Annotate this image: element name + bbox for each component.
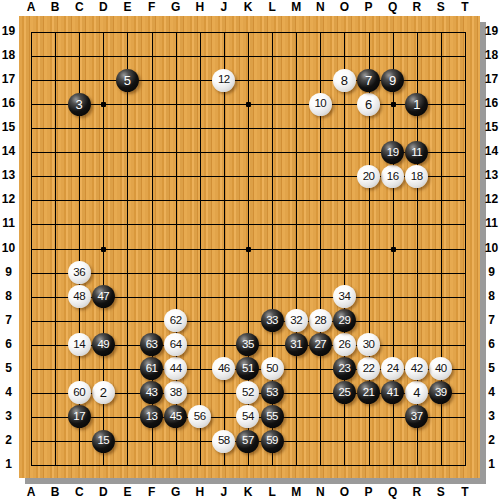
col-label-top-Q: Q <box>383 1 403 14</box>
screen: 1234567891011121314151617181920212223242… <box>0 0 500 500</box>
black-stone-49-D6[interactable]: 49 <box>92 333 115 356</box>
move-number: 61 <box>146 363 158 375</box>
col-label-top-G: G <box>166 1 186 14</box>
col-label-top-P: P <box>359 1 379 14</box>
black-stone-45-G3[interactable]: 45 <box>164 405 187 428</box>
col-label-top-S: S <box>431 1 451 14</box>
white-stone-50-L5[interactable]: 50 <box>261 357 284 380</box>
move-number: 28 <box>314 315 326 327</box>
col-label-bottom-S: S <box>431 486 451 499</box>
white-stone-18-R13[interactable]: 18 <box>405 165 428 188</box>
move-number: 47 <box>97 291 109 303</box>
move-number: 23 <box>339 363 351 375</box>
move-number: 32 <box>290 315 302 327</box>
white-stone-56-H3[interactable]: 56 <box>188 405 211 428</box>
move-number: 29 <box>339 315 351 327</box>
col-label-top-T: T <box>455 1 475 14</box>
black-stone-37-R3[interactable]: 37 <box>405 405 428 428</box>
move-number: 62 <box>170 315 182 327</box>
star-point-Q10 <box>391 247 396 252</box>
white-stone-64-G6[interactable]: 64 <box>164 333 187 356</box>
white-stone-2-D4[interactable]: 2 <box>92 381 115 404</box>
black-stone-57-K2[interactable]: 57 <box>236 430 259 453</box>
black-stone-25-O4[interactable]: 25 <box>333 381 356 404</box>
row-label-right-11: 11 <box>483 217 500 230</box>
black-stone-11-R14[interactable]: 11 <box>405 141 428 164</box>
move-number: 34 <box>339 291 351 303</box>
black-stone-31-M6[interactable]: 31 <box>285 333 308 356</box>
row-label-right-4: 4 <box>483 386 500 399</box>
move-number: 20 <box>363 171 375 183</box>
star-point-D10 <box>101 247 106 252</box>
move-number: 5 <box>124 74 131 87</box>
move-number: 57 <box>242 435 254 447</box>
move-number: 26 <box>339 339 351 351</box>
move-number: 58 <box>218 435 230 447</box>
move-number: 54 <box>242 411 254 423</box>
white-stone-40-S5[interactable]: 40 <box>429 357 452 380</box>
row-label-left-15: 15 <box>0 121 17 134</box>
white-stone-6-P16[interactable]: 6 <box>357 93 380 116</box>
col-label-bottom-R: R <box>407 486 427 499</box>
white-stone-48-C8[interactable]: 48 <box>68 285 91 308</box>
row-label-left-16: 16 <box>0 97 17 110</box>
white-stone-32-M7[interactable]: 32 <box>285 309 308 332</box>
move-number: 1 <box>413 98 420 111</box>
star-point-Q16 <box>391 102 396 107</box>
row-label-right-12: 12 <box>483 193 500 206</box>
row-label-right-16: 16 <box>483 97 500 110</box>
move-number: 30 <box>363 339 375 351</box>
row-label-right-7: 7 <box>483 314 500 327</box>
black-stone-27-N6[interactable]: 27 <box>309 333 332 356</box>
move-number: 24 <box>387 363 399 375</box>
white-stone-20-P13[interactable]: 20 <box>357 165 380 188</box>
row-label-right-10: 10 <box>483 242 500 255</box>
row-label-left-8: 8 <box>0 290 17 303</box>
black-stone-59-L2[interactable]: 59 <box>261 430 284 453</box>
black-stone-43-F4[interactable]: 43 <box>140 381 163 404</box>
goban[interactable]: 1234567891011121314151617181920212223242… <box>19 16 480 478</box>
move-number: 60 <box>73 387 85 399</box>
col-label-top-K: K <box>238 1 258 14</box>
row-label-left-19: 19 <box>0 25 17 38</box>
col-label-bottom-Q: Q <box>383 486 403 499</box>
white-stone-38-G4[interactable]: 38 <box>164 381 187 404</box>
col-label-bottom-T: T <box>455 486 475 499</box>
move-number: 56 <box>194 411 206 423</box>
row-label-left-13: 13 <box>0 169 17 182</box>
white-stone-8-O17[interactable]: 8 <box>333 69 356 92</box>
move-number: 33 <box>266 315 278 327</box>
move-number: 38 <box>170 387 182 399</box>
black-stone-33-L7[interactable]: 33 <box>261 309 284 332</box>
col-label-top-J: J <box>214 1 234 14</box>
move-number: 16 <box>387 171 399 183</box>
row-label-left-6: 6 <box>0 338 17 351</box>
black-stone-21-P4[interactable]: 21 <box>357 381 380 404</box>
col-label-top-E: E <box>117 1 137 14</box>
white-stone-34-O8[interactable]: 34 <box>333 285 356 308</box>
move-number: 22 <box>363 363 375 375</box>
black-stone-29-O7[interactable]: 29 <box>333 309 356 332</box>
white-stone-36-C9[interactable]: 36 <box>68 261 91 284</box>
move-number: 3 <box>76 98 83 111</box>
move-number: 14 <box>73 339 85 351</box>
row-label-left-1: 1 <box>0 458 17 471</box>
col-label-bottom-B: B <box>45 486 65 499</box>
grid-line-vertical <box>296 32 297 466</box>
row-label-right-17: 17 <box>483 73 500 86</box>
star-point-K10 <box>246 247 251 252</box>
col-label-top-H: H <box>190 1 210 14</box>
move-number: 25 <box>339 387 351 399</box>
col-label-bottom-K: K <box>238 486 258 499</box>
row-label-right-2: 2 <box>483 434 500 447</box>
move-number: 35 <box>242 339 254 351</box>
row-label-right-5: 5 <box>483 362 500 375</box>
row-label-left-18: 18 <box>0 49 17 62</box>
move-number: 63 <box>146 339 158 351</box>
move-number: 13 <box>146 411 158 423</box>
move-number: 49 <box>97 339 109 351</box>
black-stone-17-C3[interactable]: 17 <box>68 405 91 428</box>
black-stone-23-O5[interactable]: 23 <box>333 357 356 380</box>
col-label-bottom-P: P <box>359 486 379 499</box>
row-label-left-9: 9 <box>0 266 17 279</box>
move-number: 51 <box>242 363 254 375</box>
move-number: 10 <box>314 98 326 110</box>
move-number: 36 <box>73 267 85 279</box>
row-label-right-1: 1 <box>483 458 500 471</box>
move-number: 27 <box>314 339 326 351</box>
black-stone-47-D8[interactable]: 47 <box>92 285 115 308</box>
black-stone-53-L4[interactable]: 53 <box>261 381 284 404</box>
white-stone-12-J17[interactable]: 12 <box>212 69 235 92</box>
move-number: 53 <box>266 387 278 399</box>
black-stone-1-R16[interactable]: 1 <box>405 93 428 116</box>
row-label-right-8: 8 <box>483 290 500 303</box>
move-number: 39 <box>435 387 447 399</box>
row-label-left-7: 7 <box>0 314 17 327</box>
move-number: 45 <box>170 411 182 423</box>
white-stone-28-N7[interactable]: 28 <box>309 309 332 332</box>
black-stone-15-D2[interactable]: 15 <box>92 430 115 453</box>
black-stone-63-F6[interactable]: 63 <box>140 333 163 356</box>
move-number: 64 <box>170 339 182 351</box>
col-label-bottom-H: H <box>190 486 210 499</box>
white-stone-52-K4[interactable]: 52 <box>236 381 259 404</box>
col-label-top-M: M <box>286 1 306 14</box>
move-number: 9 <box>389 74 396 87</box>
col-label-bottom-D: D <box>93 486 113 499</box>
move-number: 41 <box>387 387 399 399</box>
black-stone-61-F5[interactable]: 61 <box>140 357 163 380</box>
move-number: 44 <box>170 363 182 375</box>
move-number: 52 <box>242 387 254 399</box>
black-stone-41-Q4[interactable]: 41 <box>381 381 404 404</box>
row-label-right-19: 19 <box>483 25 500 38</box>
white-stone-62-G7[interactable]: 62 <box>164 309 187 332</box>
move-number: 11 <box>411 147 422 159</box>
white-stone-26-O6[interactable]: 26 <box>333 333 356 356</box>
col-label-bottom-C: C <box>69 486 89 499</box>
row-label-right-13: 13 <box>483 169 500 182</box>
col-label-bottom-A: A <box>21 486 41 499</box>
black-stone-19-Q14[interactable]: 19 <box>381 141 404 164</box>
move-number: 42 <box>411 363 423 375</box>
white-stone-14-C6[interactable]: 14 <box>68 333 91 356</box>
col-label-top-O: O <box>334 1 354 14</box>
move-number: 43 <box>146 387 158 399</box>
col-label-top-A: A <box>21 1 41 14</box>
move-number: 6 <box>365 98 372 111</box>
white-stone-4-R4[interactable]: 4 <box>405 381 428 404</box>
black-stone-9-Q17[interactable]: 9 <box>381 69 404 92</box>
move-number: 12 <box>218 74 230 86</box>
col-label-top-B: B <box>45 1 65 14</box>
col-label-top-F: F <box>142 1 162 14</box>
black-stone-39-S4[interactable]: 39 <box>429 381 452 404</box>
black-stone-55-L3[interactable]: 55 <box>261 405 284 428</box>
white-stone-16-Q13[interactable]: 16 <box>381 165 404 188</box>
move-number: 7 <box>365 74 372 87</box>
move-number: 19 <box>387 147 399 159</box>
grid-line-horizontal <box>31 465 466 466</box>
row-label-right-9: 9 <box>483 266 500 279</box>
row-label-right-6: 6 <box>483 338 500 351</box>
row-label-left-2: 2 <box>0 434 17 447</box>
move-number: 15 <box>97 435 109 447</box>
move-number: 18 <box>411 171 423 183</box>
move-number: 37 <box>411 411 423 423</box>
col-label-top-D: D <box>93 1 113 14</box>
move-number: 55 <box>266 411 278 423</box>
black-stone-51-K5[interactable]: 51 <box>236 357 259 380</box>
star-point-D16 <box>101 102 106 107</box>
col-label-bottom-J: J <box>214 486 234 499</box>
black-stone-7-P17[interactable]: 7 <box>357 69 380 92</box>
white-stone-60-C4[interactable]: 60 <box>68 381 91 404</box>
white-stone-44-G5[interactable]: 44 <box>164 357 187 380</box>
move-number: 21 <box>363 387 375 399</box>
white-stone-58-J2[interactable]: 58 <box>212 430 235 453</box>
white-stone-42-R5[interactable]: 42 <box>405 357 428 380</box>
row-label-left-5: 5 <box>0 362 17 375</box>
col-label-bottom-G: G <box>166 486 186 499</box>
col-label-top-R: R <box>407 1 427 14</box>
black-stone-3-C16[interactable]: 3 <box>68 93 91 116</box>
row-label-left-17: 17 <box>0 73 17 86</box>
col-label-bottom-N: N <box>310 486 330 499</box>
move-number: 17 <box>73 411 85 423</box>
move-number: 50 <box>266 363 278 375</box>
move-number: 2 <box>100 386 107 399</box>
grid-line-horizontal <box>31 273 466 274</box>
move-number: 40 <box>435 363 447 375</box>
grid-line-horizontal <box>31 321 466 322</box>
black-stone-35-K6[interactable]: 35 <box>236 333 259 356</box>
row-label-left-4: 4 <box>0 386 17 399</box>
row-label-left-14: 14 <box>0 145 17 158</box>
row-label-right-15: 15 <box>483 121 500 134</box>
white-stone-30-P6[interactable]: 30 <box>357 333 380 356</box>
col-label-bottom-E: E <box>117 486 137 499</box>
move-number: 4 <box>413 386 420 399</box>
white-stone-54-K3[interactable]: 54 <box>236 405 259 428</box>
col-label-top-C: C <box>69 1 89 14</box>
black-stone-13-F3[interactable]: 13 <box>140 405 163 428</box>
row-label-left-11: 11 <box>0 217 17 230</box>
col-label-bottom-L: L <box>262 486 282 499</box>
row-label-left-3: 3 <box>0 410 17 423</box>
move-number: 46 <box>218 363 230 375</box>
move-number: 31 <box>290 339 302 351</box>
row-label-left-12: 12 <box>0 193 17 206</box>
col-label-bottom-O: O <box>334 486 354 499</box>
col-label-top-N: N <box>310 1 330 14</box>
move-number: 48 <box>73 291 85 303</box>
white-stone-10-N16[interactable]: 10 <box>309 93 332 116</box>
move-number: 59 <box>266 435 278 447</box>
grid-line-vertical <box>465 32 466 466</box>
col-label-bottom-F: F <box>142 486 162 499</box>
move-number: 8 <box>341 74 348 87</box>
row-label-left-10: 10 <box>0 242 17 255</box>
white-stone-24-Q5[interactable]: 24 <box>381 357 404 380</box>
white-stone-46-J5[interactable]: 46 <box>212 357 235 380</box>
star-point-K16 <box>246 102 251 107</box>
black-stone-5-E17[interactable]: 5 <box>116 69 139 92</box>
white-stone-22-P5[interactable]: 22 <box>357 357 380 380</box>
row-label-right-14: 14 <box>483 145 500 158</box>
col-label-top-L: L <box>262 1 282 14</box>
row-label-right-18: 18 <box>483 49 500 62</box>
row-label-right-3: 3 <box>483 410 500 423</box>
col-label-bottom-M: M <box>286 486 306 499</box>
